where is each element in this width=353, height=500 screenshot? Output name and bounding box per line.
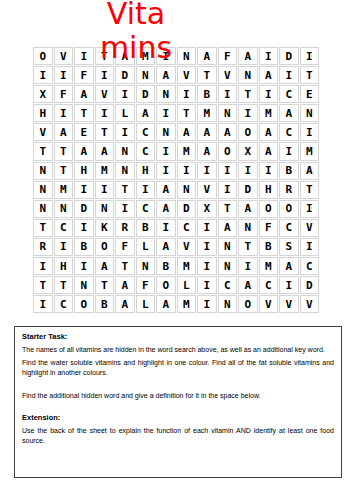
grid-cell: A bbox=[156, 295, 176, 313]
grid-cell: I bbox=[115, 85, 135, 103]
grid-cell: T bbox=[74, 104, 94, 122]
grid-cell: O bbox=[238, 123, 258, 141]
grid-cell: I bbox=[156, 219, 176, 237]
grid-cell: I bbox=[95, 181, 115, 199]
grid-cell: H bbox=[74, 162, 94, 180]
grid-cell: I bbox=[218, 181, 238, 199]
grid-cell: F bbox=[115, 238, 135, 256]
grid-cell: I bbox=[218, 162, 238, 180]
grid-cell: A bbox=[300, 162, 320, 180]
grid-cell: V bbox=[218, 66, 238, 84]
grid-cell: I bbox=[300, 123, 320, 141]
grid-cell: B bbox=[156, 257, 176, 275]
grid-cell: T bbox=[300, 66, 320, 84]
grid-cell: N bbox=[238, 219, 258, 237]
grid-cell: B bbox=[74, 238, 94, 256]
grid-cell: T bbox=[54, 142, 74, 160]
grid-cell: I bbox=[218, 85, 238, 103]
grid-cell: D bbox=[279, 47, 299, 65]
extension-text: Use the back of the sheet to explain the… bbox=[22, 426, 334, 446]
grid-cell: A bbox=[238, 47, 258, 65]
grid-cell: V bbox=[300, 295, 320, 313]
grid-cell: O bbox=[238, 295, 258, 313]
grid-cell: A bbox=[218, 219, 238, 237]
grid-cell: I bbox=[238, 257, 258, 275]
grid-cell: K bbox=[95, 219, 115, 237]
grid-cell: A bbox=[156, 66, 176, 84]
grid-cell: N bbox=[136, 257, 156, 275]
grid-cell: R bbox=[115, 219, 135, 237]
grid-cell: M bbox=[259, 257, 279, 275]
grid-cell: L bbox=[136, 295, 156, 313]
grid-cell: C bbox=[136, 123, 156, 141]
grid-cell: L bbox=[177, 276, 197, 294]
grid-cell: I bbox=[279, 276, 299, 294]
grid-cell: I bbox=[259, 85, 279, 103]
grid-cell: T bbox=[95, 276, 115, 294]
grid-cell: I bbox=[177, 85, 197, 103]
grid-cell: M bbox=[300, 142, 320, 160]
starter-task-paragraph: Find the additional hidden word and give… bbox=[22, 391, 334, 401]
page-title: Vita mins bbox=[63, 0, 209, 65]
grid-cell: A bbox=[156, 181, 176, 199]
grid-cell: T bbox=[197, 66, 217, 84]
grid-cell: A bbox=[74, 142, 94, 160]
grid-cell: I bbox=[54, 238, 74, 256]
grid-cell: I bbox=[54, 66, 74, 84]
grid-cell: B bbox=[197, 85, 217, 103]
grid-cell: M bbox=[197, 104, 217, 122]
grid-cell: C bbox=[177, 219, 197, 237]
grid-cell: N bbox=[218, 238, 238, 256]
grid-cell: X bbox=[197, 200, 217, 218]
grid-cell: N bbox=[115, 142, 135, 160]
grid-cell: N bbox=[177, 181, 197, 199]
grid-cell: B bbox=[136, 219, 156, 237]
grid-cell: I bbox=[115, 123, 135, 141]
grid-cell: I bbox=[197, 276, 217, 294]
grid-cell: N bbox=[300, 104, 320, 122]
grid-cell: N bbox=[238, 66, 258, 84]
grid-cell: I bbox=[54, 104, 74, 122]
grid-cell: A bbox=[279, 257, 299, 275]
grid-cell: I bbox=[33, 295, 53, 313]
grid-cell: I bbox=[74, 219, 94, 237]
grid-cell: R bbox=[279, 181, 299, 199]
grid-cell: V bbox=[177, 66, 197, 84]
grid-cell: N bbox=[136, 66, 156, 84]
starter-task-paragraph: Find the water soluble vitamins and high… bbox=[22, 358, 334, 378]
grid-cell: I bbox=[95, 104, 115, 122]
grid-cell: I bbox=[279, 142, 299, 160]
grid-cell: M bbox=[177, 142, 197, 160]
grid-cell: A bbox=[259, 142, 279, 160]
grid-cell: F bbox=[54, 85, 74, 103]
grid-cell: I bbox=[156, 162, 176, 180]
grid-cell: N bbox=[33, 200, 53, 218]
grid-cell: I bbox=[197, 295, 217, 313]
grid-cell: M bbox=[95, 162, 115, 180]
grid-cell: T bbox=[177, 104, 197, 122]
grid-cell: C bbox=[54, 295, 74, 313]
grid-cell: A bbox=[95, 142, 115, 160]
grid-cell: T bbox=[300, 181, 320, 199]
grid-cell: S bbox=[279, 238, 299, 256]
grid-cell: O bbox=[95, 238, 115, 256]
grid-cell: C bbox=[300, 257, 320, 275]
grid-cell: O bbox=[74, 295, 94, 313]
grid-cell: I bbox=[197, 219, 217, 237]
grid-cell: A bbox=[136, 104, 156, 122]
grid-cell: I bbox=[95, 66, 115, 84]
grid-cell: N bbox=[33, 162, 53, 180]
grid-cell: O bbox=[33, 47, 53, 65]
grid-cell: N bbox=[33, 181, 53, 199]
grid-cell: I bbox=[259, 162, 279, 180]
grid-cell: V bbox=[95, 85, 115, 103]
grid-cell: H bbox=[259, 181, 279, 199]
grid-cell: F bbox=[74, 66, 94, 84]
grid-cell: B bbox=[279, 162, 299, 180]
extension-heading: Extension: bbox=[22, 413, 334, 423]
grid-cell: C bbox=[218, 276, 238, 294]
grid-cell: N bbox=[218, 257, 238, 275]
grid-cell: V bbox=[197, 181, 217, 199]
grid-cell: F bbox=[218, 47, 238, 65]
grid-cell: O bbox=[156, 276, 176, 294]
grid-cell: C bbox=[136, 142, 156, 160]
grid-cell: V bbox=[33, 123, 53, 141]
grid-cell: I bbox=[136, 181, 156, 199]
grid-cell: M bbox=[54, 181, 74, 199]
grid-cell: D bbox=[238, 181, 258, 199]
grid-cell: I bbox=[300, 200, 320, 218]
grid-cell: N bbox=[156, 123, 176, 141]
grid-cell: I bbox=[197, 162, 217, 180]
grid-cell: C bbox=[279, 219, 299, 237]
grid-cell: B bbox=[95, 295, 115, 313]
grid-cell: T bbox=[115, 181, 135, 199]
title-line-1: Vita bbox=[63, 0, 209, 31]
grid-cell: O bbox=[259, 200, 279, 218]
grid-cell: N bbox=[218, 104, 238, 122]
grid-cell: I bbox=[156, 104, 176, 122]
grid-cell: M bbox=[177, 257, 197, 275]
grid-cell: A bbox=[279, 104, 299, 122]
grid-cell: A bbox=[197, 142, 217, 160]
grid-cell: X bbox=[238, 142, 258, 160]
grid-cell: V bbox=[300, 219, 320, 237]
grid-cell: L bbox=[115, 104, 135, 122]
grid-cell: A bbox=[218, 123, 238, 141]
grid-cell: D bbox=[177, 200, 197, 218]
grid-cell: M bbox=[177, 295, 197, 313]
grid-cell: A bbox=[74, 85, 94, 103]
grid-cell: I bbox=[33, 257, 53, 275]
grid-cell: C bbox=[54, 219, 74, 237]
grid-cell: O bbox=[279, 200, 299, 218]
starter-task-box: Starter Task: The names of all vitamins … bbox=[14, 326, 342, 478]
grid-cell: V bbox=[279, 295, 299, 313]
grid-cell: D bbox=[300, 276, 320, 294]
grid-cell: L bbox=[136, 238, 156, 256]
grid-cell: T bbox=[115, 257, 135, 275]
grid-cell: R bbox=[33, 238, 53, 256]
starter-task-paragraph: The names of all vitamins are hidden in … bbox=[22, 345, 334, 355]
grid-cell: O bbox=[218, 142, 238, 160]
grid-cell: A bbox=[95, 257, 115, 275]
grid-cell: V bbox=[259, 295, 279, 313]
grid-cell: A bbox=[177, 123, 197, 141]
grid-cell: X bbox=[33, 85, 53, 103]
grid-cell: I bbox=[279, 66, 299, 84]
word-search-grid: OVITAMINAFAIDIIIFIDNAVTVNAITXFAVIDNIBITI… bbox=[33, 47, 319, 313]
grid-cell: I bbox=[197, 257, 217, 275]
grid-cell: A bbox=[259, 66, 279, 84]
grid-cell: D bbox=[74, 200, 94, 218]
grid-cell: C bbox=[136, 200, 156, 218]
grid-cell: I bbox=[238, 162, 258, 180]
grid-cell: A bbox=[197, 123, 217, 141]
grid-cell: C bbox=[279, 85, 299, 103]
grid-cell: A bbox=[238, 276, 258, 294]
grid-cell: A bbox=[238, 200, 258, 218]
grid-cell: I bbox=[74, 257, 94, 275]
grid-cell: N bbox=[115, 162, 135, 180]
grid-cell: A bbox=[115, 295, 135, 313]
grid-cell: I bbox=[300, 238, 320, 256]
grid-cell: M bbox=[259, 104, 279, 122]
grid-cell: T bbox=[54, 276, 74, 294]
grid-cell: N bbox=[218, 295, 238, 313]
grid-cell: A bbox=[156, 238, 176, 256]
grid-cell: I bbox=[197, 238, 217, 256]
grid-cell: C bbox=[259, 276, 279, 294]
grid-cell: T bbox=[218, 200, 238, 218]
grid-cell: I bbox=[74, 181, 94, 199]
grid-cell: I bbox=[238, 104, 258, 122]
starter-task-heading: Starter Task: bbox=[22, 332, 334, 342]
grid-cell: A bbox=[115, 276, 135, 294]
grid-cell: D bbox=[136, 85, 156, 103]
grid-cell: A bbox=[156, 200, 176, 218]
grid-cell: F bbox=[136, 276, 156, 294]
grid-cell: H bbox=[54, 257, 74, 275]
grid-cell: I bbox=[115, 200, 135, 218]
grid-cell: T bbox=[33, 276, 53, 294]
grid-cell: B bbox=[259, 238, 279, 256]
grid-cell: T bbox=[33, 142, 53, 160]
grid-cell: N bbox=[156, 85, 176, 103]
grid-cell: H bbox=[136, 162, 156, 180]
grid-cell: A bbox=[54, 123, 74, 141]
grid-cell: E bbox=[300, 85, 320, 103]
grid-cell: I bbox=[259, 47, 279, 65]
grid-cell: T bbox=[95, 123, 115, 141]
grid-cell: I bbox=[177, 162, 197, 180]
grid-cell: N bbox=[54, 200, 74, 218]
grid-cell: V bbox=[177, 238, 197, 256]
grid-cell: T bbox=[238, 85, 258, 103]
grid-cell: I bbox=[33, 66, 53, 84]
grid-cell: A bbox=[259, 123, 279, 141]
page: { "game": "word-search", "title": { "ful… bbox=[0, 0, 353, 500]
grid-cell: E bbox=[74, 123, 94, 141]
grid-cell: T bbox=[238, 238, 258, 256]
grid-cell: I bbox=[156, 142, 176, 160]
grid-cell: T bbox=[54, 162, 74, 180]
grid-cell: I bbox=[300, 47, 320, 65]
grid-cell: F bbox=[259, 219, 279, 237]
grid-cell: N bbox=[74, 276, 94, 294]
grid-cell: N bbox=[95, 200, 115, 218]
grid-cell: D bbox=[115, 66, 135, 84]
title-line-2: mins bbox=[63, 31, 209, 65]
grid-cell: H bbox=[33, 104, 53, 122]
grid-cell: C bbox=[279, 123, 299, 141]
grid-cell: T bbox=[33, 219, 53, 237]
